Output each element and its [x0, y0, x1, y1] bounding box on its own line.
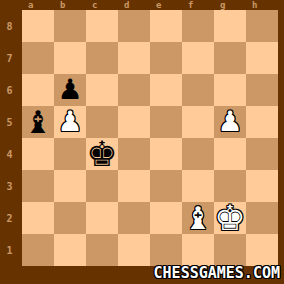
rank-labels: 87654321 — [0, 10, 22, 266]
square-e1[interactable] — [150, 234, 182, 266]
square-h8[interactable] — [246, 10, 278, 42]
square-h4[interactable] — [246, 138, 278, 170]
black-king-c4[interactable]: ♚ — [86, 137, 117, 172]
square-b5[interactable]: ♟ — [54, 106, 86, 138]
square-b1[interactable] — [54, 234, 86, 266]
square-e3[interactable] — [150, 170, 182, 202]
square-c6[interactable] — [86, 74, 118, 106]
rank-label-7: 7 — [0, 42, 22, 74]
square-c2[interactable] — [86, 202, 118, 234]
square-f3[interactable] — [182, 170, 214, 202]
square-e5[interactable] — [150, 106, 182, 138]
square-g6[interactable] — [214, 74, 246, 106]
file-labels: abcdefgh — [22, 0, 278, 10]
square-e8[interactable] — [150, 10, 182, 42]
white-pawn-b5[interactable]: ♟ — [57, 108, 82, 136]
square-b7[interactable] — [54, 42, 86, 74]
square-f7[interactable] — [182, 42, 214, 74]
square-c4[interactable]: ♚ — [86, 138, 118, 170]
square-a8[interactable] — [22, 10, 54, 42]
rank-label-6: 6 — [0, 74, 22, 106]
square-h2[interactable] — [246, 202, 278, 234]
rank-label-5: 5 — [0, 106, 22, 138]
square-a5[interactable]: ♝ — [22, 106, 54, 138]
square-h3[interactable] — [246, 170, 278, 202]
white-king-g2[interactable]: ♚ — [214, 201, 245, 236]
square-f5[interactable] — [182, 106, 214, 138]
square-a6[interactable] — [22, 74, 54, 106]
white-bishop-f2[interactable]: ♝ — [184, 203, 212, 234]
rank-label-2: 2 — [0, 202, 22, 234]
square-d3[interactable] — [118, 170, 150, 202]
board: ♟♝♟♟♚♝♚ — [22, 10, 278, 266]
square-f2[interactable]: ♝ — [182, 202, 214, 234]
square-h6[interactable] — [246, 74, 278, 106]
rank-label-8: 8 — [0, 10, 22, 42]
square-d4[interactable] — [118, 138, 150, 170]
square-d8[interactable] — [118, 10, 150, 42]
rank-label-1: 1 — [0, 234, 22, 266]
square-b6[interactable]: ♟ — [54, 74, 86, 106]
square-c1[interactable] — [86, 234, 118, 266]
square-d7[interactable] — [118, 42, 150, 74]
square-g7[interactable] — [214, 42, 246, 74]
square-b2[interactable] — [54, 202, 86, 234]
square-f6[interactable] — [182, 74, 214, 106]
white-pawn-g5[interactable]: ♟ — [217, 108, 242, 136]
square-g4[interactable] — [214, 138, 246, 170]
square-e6[interactable] — [150, 74, 182, 106]
square-b3[interactable] — [54, 170, 86, 202]
square-a7[interactable] — [22, 42, 54, 74]
square-a2[interactable] — [22, 202, 54, 234]
square-a4[interactable] — [22, 138, 54, 170]
square-e4[interactable] — [150, 138, 182, 170]
site-label: CHESSGAMES.COM — [154, 264, 280, 282]
black-bishop-a5[interactable]: ♝ — [24, 107, 52, 138]
square-e7[interactable] — [150, 42, 182, 74]
square-f4[interactable] — [182, 138, 214, 170]
square-d6[interactable] — [118, 74, 150, 106]
square-a3[interactable] — [22, 170, 54, 202]
square-e2[interactable] — [150, 202, 182, 234]
square-d2[interactable] — [118, 202, 150, 234]
square-g1[interactable] — [214, 234, 246, 266]
square-g2[interactable]: ♚ — [214, 202, 246, 234]
square-h1[interactable] — [246, 234, 278, 266]
chess-diagram: abcdefgh 87654321 ♟♝♟♟♚♝♚ CHESSGAMES.COM — [0, 0, 284, 284]
square-b8[interactable] — [54, 10, 86, 42]
square-g8[interactable] — [214, 10, 246, 42]
square-f8[interactable] — [182, 10, 214, 42]
square-f1[interactable] — [182, 234, 214, 266]
square-a1[interactable] — [22, 234, 54, 266]
square-h7[interactable] — [246, 42, 278, 74]
square-c7[interactable] — [86, 42, 118, 74]
square-c8[interactable] — [86, 10, 118, 42]
square-d5[interactable] — [118, 106, 150, 138]
black-pawn-b6[interactable]: ♟ — [57, 76, 82, 104]
square-g5[interactable]: ♟ — [214, 106, 246, 138]
square-h5[interactable] — [246, 106, 278, 138]
square-c3[interactable] — [86, 170, 118, 202]
square-d1[interactable] — [118, 234, 150, 266]
square-b4[interactable] — [54, 138, 86, 170]
rank-label-3: 3 — [0, 170, 22, 202]
rank-label-4: 4 — [0, 138, 22, 170]
